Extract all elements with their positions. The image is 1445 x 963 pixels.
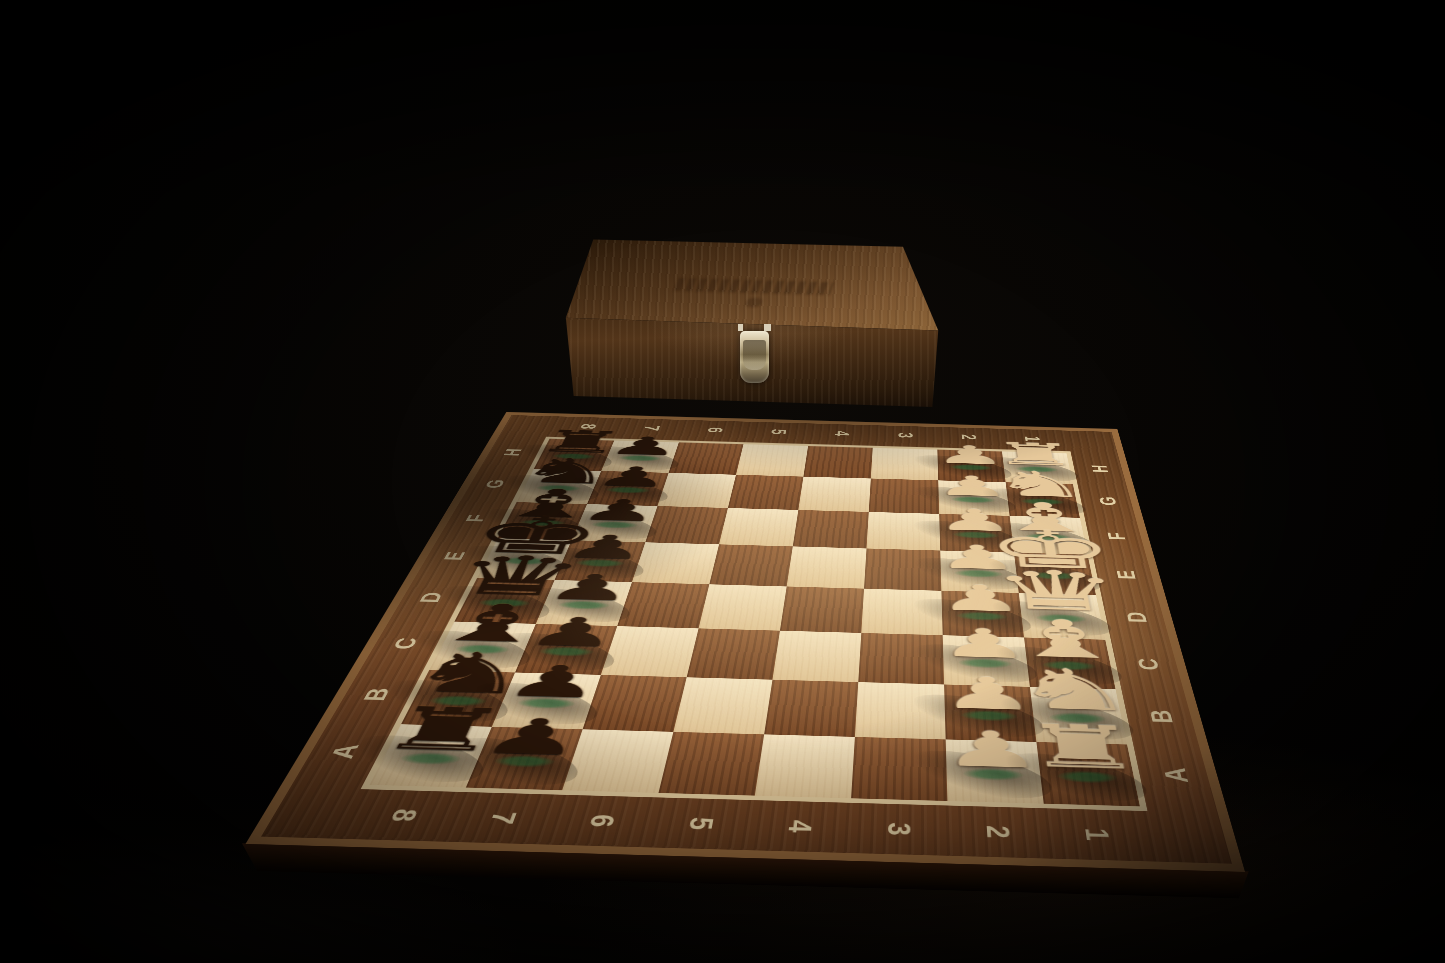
white-knight-glyph: ♞ xyxy=(1010,661,1140,720)
coord-near-8-label: 8 xyxy=(382,808,426,822)
coord-right-H-label: H xyxy=(1086,465,1113,473)
white-rook-glyph: ♜ xyxy=(1019,716,1149,778)
coord-right-A-label: A xyxy=(1156,767,1195,783)
coord-far-6-label: 6 xyxy=(702,427,728,433)
coord-near-3-label: 3 xyxy=(880,822,918,836)
coord-near-7-label: 7 xyxy=(481,811,524,825)
box-lid-engraving-mark xyxy=(745,298,763,307)
coord-far-5-label: 5 xyxy=(766,429,791,435)
coord-left-H-label: H xyxy=(498,448,527,456)
coord-left-C-label: C xyxy=(386,637,424,650)
coord-left-B-label: B xyxy=(356,688,397,702)
coord-left-G-label: G xyxy=(479,479,510,488)
coord-near-4-label: 4 xyxy=(780,819,819,833)
coord-near-2-label: 2 xyxy=(978,825,1017,839)
chess-board-area: ABCDEFGHABCDEFGH8765432187654321 ♜♟♟♜♞♟♟… xyxy=(245,352,1258,874)
coord-right-C-label: C xyxy=(1131,658,1166,671)
scene: ABCDEFGHABCDEFGH8765432187654321 ♜♟♟♜♞♟♟… xyxy=(0,0,1445,963)
box-lid-engraving xyxy=(674,278,835,295)
black-pawn-glyph: ♟ xyxy=(473,711,591,762)
chess-board: ABCDEFGHABCDEFGH8765432187654321 ♜♟♟♜♞♟♟… xyxy=(245,412,1245,872)
coord-far-3-label: 3 xyxy=(893,432,917,438)
coord-right-B-label: B xyxy=(1142,709,1179,723)
coord-near-6-label: 6 xyxy=(581,814,623,828)
coord-near-1-label: 1 xyxy=(1077,828,1117,842)
coord-far-4-label: 4 xyxy=(829,431,854,437)
coord-far-2-label: 2 xyxy=(956,434,981,440)
coord-far-7-label: 7 xyxy=(638,425,664,431)
coord-right-G-label: G xyxy=(1093,496,1121,505)
coord-near-5-label: 5 xyxy=(681,817,721,831)
